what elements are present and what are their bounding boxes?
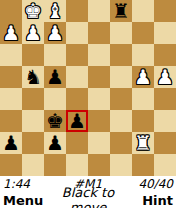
board-square[interactable]: ♟ <box>44 132 66 154</box>
board-square[interactable]: ♟ <box>44 22 66 44</box>
board-square[interactable] <box>22 154 44 176</box>
piece-white-pawn: ♟ <box>134 66 152 88</box>
board-square[interactable] <box>88 154 110 176</box>
board-square[interactable] <box>132 154 154 176</box>
piece-white-pawn: ♟ <box>156 66 174 88</box>
menu-softkey[interactable]: Menu <box>3 193 46 208</box>
board-square[interactable] <box>66 44 88 66</box>
chess-app-screen: ♚♝♜♟♟♟♞♟♟♟♚♟♟♟♜ 1:44 #M1 40/40 Menu Blac… <box>0 0 176 208</box>
board-square[interactable]: ♚ <box>44 110 66 132</box>
board-square[interactable]: ♟ <box>154 66 176 88</box>
board-square[interactable]: ♜ <box>132 132 154 154</box>
board-square[interactable] <box>88 44 110 66</box>
piece-black-rook: ♜ <box>112 0 130 22</box>
time-control: 40/40 <box>131 177 174 191</box>
board-square[interactable] <box>132 44 154 66</box>
board-square[interactable] <box>154 154 176 176</box>
board-square[interactable] <box>154 88 176 110</box>
board-square[interactable] <box>44 88 66 110</box>
clock-remaining: 1:44 <box>3 177 46 191</box>
piece-black-king: ♚ <box>46 110 64 132</box>
turn-indicator: Black to move <box>46 185 131 208</box>
board-square[interactable] <box>66 132 88 154</box>
board-square[interactable] <box>88 110 110 132</box>
board-square[interactable] <box>66 66 88 88</box>
board-square[interactable] <box>154 22 176 44</box>
board-square[interactable] <box>110 22 132 44</box>
piece-black-pawn: ♟ <box>68 110 86 132</box>
hint-softkey[interactable]: Hint <box>131 193 174 208</box>
board-square[interactable] <box>154 44 176 66</box>
piece-white-king: ♚ <box>24 0 42 22</box>
piece-white-pawn: ♟ <box>46 22 64 44</box>
board-square[interactable]: ♟ <box>0 132 22 154</box>
board-square[interactable] <box>132 0 154 22</box>
piece-black-pawn: ♟ <box>2 132 20 154</box>
board-square[interactable] <box>110 88 132 110</box>
board-square[interactable] <box>0 0 22 22</box>
board-square[interactable] <box>66 22 88 44</box>
board-square[interactable] <box>88 22 110 44</box>
board-square[interactable] <box>0 110 22 132</box>
board-square[interactable] <box>132 110 154 132</box>
board-square[interactable] <box>88 132 110 154</box>
board-square[interactable] <box>22 88 44 110</box>
board-square[interactable] <box>110 110 132 132</box>
board-square[interactable]: ♟ <box>132 66 154 88</box>
softkey-row: Menu Black to move Hint <box>0 192 176 208</box>
board-square[interactable] <box>110 154 132 176</box>
board-square[interactable]: ♜ <box>110 0 132 22</box>
piece-white-rook: ♜ <box>134 132 152 154</box>
board-square[interactable]: ♟ <box>44 66 66 88</box>
board-square[interactable] <box>22 110 44 132</box>
status-bar: 1:44 #M1 40/40 Menu Black to move Hint <box>0 176 176 208</box>
board-square[interactable] <box>44 44 66 66</box>
cursor-square[interactable]: ♟ <box>66 110 88 132</box>
board-square[interactable] <box>88 88 110 110</box>
board-square[interactable] <box>132 22 154 44</box>
piece-white-pawn: ♟ <box>2 22 20 44</box>
board-square[interactable] <box>0 88 22 110</box>
board-square[interactable]: ♝ <box>44 0 66 22</box>
board-square[interactable]: ♟ <box>22 22 44 44</box>
board-square[interactable] <box>88 66 110 88</box>
chess-board: ♚♝♜♟♟♟♞♟♟♟♚♟♟♟♜ <box>0 0 176 176</box>
board-square[interactable] <box>154 0 176 22</box>
piece-black-pawn: ♟ <box>46 132 64 154</box>
board-square[interactable] <box>110 66 132 88</box>
board-square[interactable] <box>88 0 110 22</box>
board-square[interactable] <box>110 132 132 154</box>
board-square[interactable] <box>154 132 176 154</box>
piece-white-pawn: ♟ <box>24 22 42 44</box>
board-square[interactable] <box>66 88 88 110</box>
board-square[interactable] <box>0 66 22 88</box>
board-square[interactable]: ♚ <box>22 0 44 22</box>
piece-white-bishop: ♝ <box>46 0 64 22</box>
board-square[interactable] <box>132 88 154 110</box>
board-square[interactable]: ♟ <box>0 22 22 44</box>
piece-black-knight: ♞ <box>24 66 42 88</box>
board-square[interactable] <box>66 0 88 22</box>
board-square[interactable] <box>66 154 88 176</box>
board-square[interactable] <box>22 44 44 66</box>
board-square[interactable] <box>0 154 22 176</box>
board-square[interactable] <box>22 132 44 154</box>
piece-black-pawn: ♟ <box>46 66 64 88</box>
board-square[interactable] <box>0 44 22 66</box>
board-square[interactable] <box>154 110 176 132</box>
board-square[interactable]: ♞ <box>22 66 44 88</box>
board-square[interactable] <box>110 44 132 66</box>
board-square[interactable] <box>44 154 66 176</box>
